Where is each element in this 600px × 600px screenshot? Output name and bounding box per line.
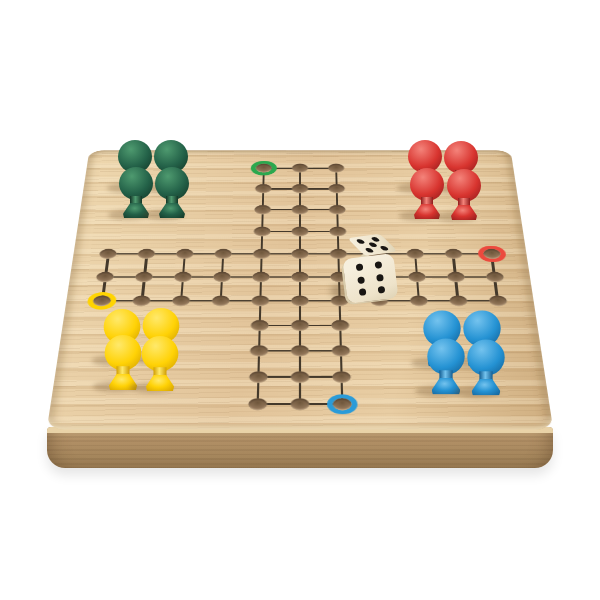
drilled-hole	[447, 272, 465, 282]
cell-r10c8	[405, 390, 449, 418]
drilled-hole	[444, 249, 462, 259]
die-pip	[357, 276, 365, 284]
drilled-hole	[248, 398, 267, 410]
drilled-hole	[93, 296, 112, 307]
drilled-hole	[328, 164, 344, 173]
cell-r9c2	[154, 364, 198, 391]
drilled-hole	[291, 371, 309, 383]
cell-r2c10	[466, 199, 506, 220]
cell-r3c10	[469, 221, 510, 243]
cell-r8c9	[442, 338, 485, 364]
drilled-hole	[249, 371, 267, 383]
cell-r9c7	[362, 364, 405, 391]
drilled-hole	[483, 249, 501, 259]
cell-r7c7	[360, 313, 401, 338]
drilled-hole	[252, 296, 270, 307]
drilled-hole	[291, 296, 308, 307]
cell-r8c3	[197, 338, 239, 364]
drilled-hole	[133, 296, 151, 307]
drilled-hole	[212, 296, 230, 307]
cell-r2c8	[392, 199, 431, 220]
die-pip	[377, 286, 385, 294]
drilled-hole	[329, 184, 345, 193]
drilled-hole	[333, 398, 352, 410]
drilled-hole	[251, 320, 269, 331]
cell-r1c3	[208, 179, 246, 200]
drilled-hole	[250, 345, 268, 356]
cell-r7c3	[199, 313, 240, 338]
drilled-hole	[406, 249, 424, 259]
board-front-edge	[47, 427, 553, 468]
cell-r8c0	[74, 338, 118, 364]
cell-r2c7	[355, 199, 393, 220]
scene	[0, 0, 600, 600]
drilled-hole	[488, 296, 507, 307]
drilled-hole	[329, 205, 345, 214]
cell-r3c0	[91, 221, 132, 243]
drilled-hole	[252, 272, 269, 282]
cell-r0c3	[209, 158, 246, 178]
hole-r4c0[interactable]	[88, 243, 129, 266]
cell-r3c9	[431, 221, 471, 243]
drilled-hole	[292, 249, 309, 259]
cell-r10c2	[151, 390, 195, 418]
cell-r1c1	[134, 179, 173, 200]
drilled-hole	[410, 296, 428, 307]
drilled-hole	[99, 249, 117, 259]
ludo-grid	[66, 158, 534, 417]
cell-r2c2	[169, 199, 208, 220]
cell-r3c2	[167, 221, 206, 243]
cell-r9c9	[444, 364, 488, 391]
cell-r10c7	[363, 390, 407, 418]
die-pip	[355, 239, 365, 244]
green-start-hole[interactable]	[245, 158, 282, 178]
drilled-hole	[485, 272, 503, 282]
drilled-hole	[256, 164, 272, 173]
cell-r10c10	[488, 390, 534, 418]
drilled-hole	[449, 296, 467, 307]
drilled-hole	[292, 184, 308, 193]
drilled-hole	[291, 345, 309, 356]
drilled-hole	[332, 345, 350, 356]
die-front-face	[342, 253, 398, 304]
drilled-hole	[253, 249, 270, 259]
cell-r9c10	[485, 364, 530, 391]
cell-r1c0	[97, 179, 136, 200]
cell-r8c10	[482, 338, 526, 364]
cell-r3c3	[205, 221, 244, 243]
drilled-hole	[255, 205, 271, 214]
cell-r0c7	[354, 158, 391, 178]
drilled-hole	[176, 249, 194, 259]
cell-r10c9	[446, 390, 491, 418]
cell-r1c7	[355, 179, 393, 200]
die-pip	[379, 246, 389, 251]
cell-r8c8	[401, 338, 444, 364]
cell-r2c1	[131, 199, 170, 220]
drilled-hole	[292, 205, 308, 214]
ludo-board	[47, 150, 554, 429]
cell-r9c1	[112, 364, 156, 391]
cell-r1c2	[171, 179, 209, 200]
die-pip	[359, 288, 367, 296]
die-pip	[364, 248, 374, 253]
cell-r0c0	[100, 158, 139, 178]
drilled-hole	[291, 320, 309, 331]
cell-r2c3	[206, 199, 244, 220]
cell-r3c1	[129, 221, 169, 243]
cell-r1c8	[391, 179, 429, 200]
cell-r0c8	[390, 158, 428, 178]
cell-r7c8	[400, 313, 442, 338]
cell-r0c2	[173, 158, 211, 178]
drilled-hole	[292, 164, 308, 173]
cell-r8c1	[115, 338, 158, 364]
die[interactable]	[338, 226, 404, 306]
die-pip	[370, 237, 380, 242]
cell-r0c10	[461, 158, 500, 178]
drilled-hole	[291, 398, 309, 410]
drilled-hole	[215, 249, 232, 259]
drilled-hole	[213, 272, 231, 282]
drilled-hole	[135, 272, 153, 282]
drilled-hole	[255, 184, 271, 193]
drilled-hole	[96, 272, 114, 282]
cell-r8c7	[361, 338, 403, 364]
cell-r9c0	[70, 364, 115, 391]
cell-r1c9	[427, 179, 466, 200]
cell-r9c8	[403, 364, 447, 391]
drilled-hole	[292, 227, 309, 237]
cell-r1c10	[464, 179, 503, 200]
cell-r7c10	[479, 313, 522, 338]
cell-r0c1	[136, 158, 174, 178]
cell-r7c1	[118, 313, 161, 338]
die-top-face	[347, 234, 397, 256]
die-pip	[356, 263, 364, 271]
cell-r10c3	[194, 390, 238, 418]
drilled-hole	[254, 227, 271, 237]
drilled-hole	[331, 320, 349, 331]
drilled-hole	[138, 249, 156, 259]
cell-r7c2	[158, 313, 200, 338]
die-pip	[367, 242, 377, 247]
drilled-hole	[291, 272, 308, 282]
cell-r0c9	[425, 158, 463, 178]
drilled-hole	[408, 272, 426, 282]
cell-r10c1	[109, 390, 154, 418]
drilled-hole	[174, 272, 192, 282]
die-pip	[374, 261, 382, 269]
cell-r2c0	[94, 199, 134, 220]
cell-r2c9	[429, 199, 468, 220]
cell-r7c9	[439, 313, 482, 338]
die-pip	[376, 273, 384, 281]
cell-r9c3	[195, 364, 238, 391]
cell-r10c0	[66, 390, 112, 418]
cell-r8c2	[156, 338, 199, 364]
drilled-hole	[332, 371, 350, 383]
cell-r7c0	[77, 313, 120, 338]
drilled-hole	[172, 296, 190, 307]
